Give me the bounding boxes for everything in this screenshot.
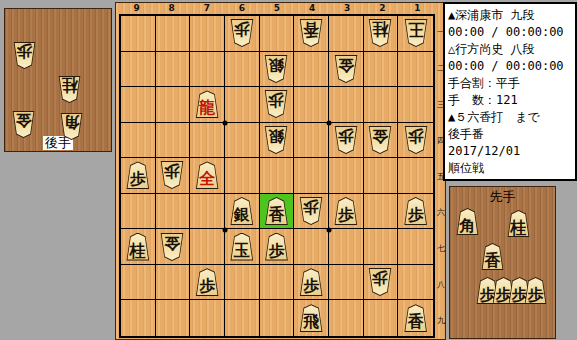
- board-grid: 歩香桂王銀金龍歩銀歩金歩歩歩全銀香歩歩歩桂金玉歩歩歩歩飛香: [119, 14, 435, 338]
- koma-glyph: 歩: [160, 161, 184, 181]
- rank-label-8: 八: [437, 266, 445, 302]
- file-label-2: 2: [365, 3, 400, 14]
- rank-label-9: 九: [437, 302, 445, 338]
- square-5g: 歩: [260, 229, 295, 265]
- koma-hand-gote-金: 金: [12, 111, 35, 138]
- square-2f: [364, 194, 399, 230]
- square-6g: 玉: [225, 229, 260, 265]
- square-5d: 銀: [260, 123, 295, 159]
- square-6f: 銀: [225, 194, 260, 230]
- koma-glyph: 歩: [404, 126, 428, 146]
- move-count-line: 手 数：121: [448, 92, 574, 109]
- square-1a: 王: [398, 16, 433, 52]
- square-3b: 金: [329, 52, 364, 88]
- square-5a: [260, 16, 295, 52]
- koma-龍-7c: 龍: [195, 90, 219, 118]
- koma-glyph: 歩: [264, 241, 288, 261]
- koma-香-5f: 香: [264, 197, 288, 225]
- square-6d: [225, 123, 260, 159]
- koma-桂-2a: 桂: [368, 19, 392, 47]
- koma-歩-2h: 歩: [368, 268, 392, 296]
- square-9c: [121, 87, 156, 123]
- koma-香-1i: 香: [404, 304, 428, 332]
- date-line: 2017/12/01: [448, 143, 574, 160]
- square-7b: [190, 52, 225, 88]
- game-info-panel: ▲深浦康市 九段 00:00 / 00:00:00 △行方尚史 八段 00:00…: [443, 2, 577, 181]
- square-1c: [398, 87, 433, 123]
- square-8b: [156, 52, 191, 88]
- file-label-5: 5: [259, 3, 294, 14]
- square-9b: [121, 52, 156, 88]
- square-9e: 歩: [121, 158, 156, 194]
- square-3a: [329, 16, 364, 52]
- square-8c: [156, 87, 191, 123]
- square-1i: 香: [398, 300, 433, 336]
- square-5c: 歩: [260, 87, 295, 123]
- square-2i: [364, 300, 399, 336]
- koma-glyph: 桂: [126, 241, 150, 261]
- square-1g: [398, 229, 433, 265]
- koma-銀-5b: 銀: [264, 55, 288, 83]
- square-9g: 桂: [121, 229, 156, 265]
- koma-飛-4i: 飛: [299, 304, 323, 332]
- square-7e: 全: [190, 158, 225, 194]
- koma-glyph: 銀: [264, 55, 288, 75]
- square-5h: [260, 265, 295, 301]
- koma-歩-3f: 歩: [334, 197, 358, 225]
- rank-label-6: 六: [437, 194, 445, 230]
- square-9h: [121, 265, 156, 301]
- koma-歩-4h: 歩: [299, 268, 323, 296]
- koma-銀-5d: 銀: [264, 126, 288, 154]
- square-1h: [398, 265, 433, 301]
- hoshi-dot: [327, 120, 332, 125]
- koma-金-2d: 金: [368, 126, 392, 154]
- rank-label-7: 七: [437, 230, 445, 266]
- koma-銀-6f: 銀: [230, 197, 254, 225]
- hoshi-dot: [223, 120, 228, 125]
- square-4c: [294, 87, 329, 123]
- square-1e: [398, 158, 433, 194]
- koma-歩-5c: 歩: [264, 90, 288, 118]
- square-2e: [364, 158, 399, 194]
- turn-line: 後手番: [448, 126, 574, 143]
- square-4e: [294, 158, 329, 194]
- koma-全-7e: 全: [195, 161, 219, 189]
- square-3g: [329, 229, 364, 265]
- square-2d: 金: [364, 123, 399, 159]
- square-6c: [225, 87, 260, 123]
- koma-glyph: 歩: [334, 126, 358, 146]
- koma-glyph: 玉: [230, 241, 254, 261]
- koma-歩-8e: 歩: [160, 161, 184, 189]
- square-4g: [294, 229, 329, 265]
- square-4h: 歩: [294, 265, 329, 301]
- square-3h: [329, 265, 364, 301]
- square-4d: [294, 123, 329, 159]
- square-5i: [260, 300, 295, 336]
- file-label-9: 9: [119, 3, 154, 14]
- square-5f: 香: [260, 194, 295, 230]
- koma-glyph: 香: [264, 205, 288, 225]
- square-7f: [190, 194, 225, 230]
- square-8i: [156, 300, 191, 336]
- koma-hand-sente-角: 角: [456, 208, 479, 235]
- koma-glyph: 歩: [404, 205, 428, 225]
- koma-glyph: 銀: [264, 126, 288, 146]
- koma-glyph: 香: [404, 312, 428, 332]
- koma-歩-4f: 歩: [299, 197, 323, 225]
- square-9f: [121, 194, 156, 230]
- koma-glyph: 桂: [58, 76, 81, 95]
- koma-金-3b: 金: [334, 55, 358, 83]
- square-3d: 歩: [329, 123, 364, 159]
- koma-歩-5g: 歩: [264, 233, 288, 261]
- koma-glyph: 桂: [368, 19, 392, 39]
- koma-hand-gote-桂: 桂: [58, 76, 81, 103]
- koma-glyph: 金: [12, 111, 35, 130]
- koma-glyph: 金: [160, 233, 184, 253]
- square-7g: [190, 229, 225, 265]
- file-coordinate-labels: 987654321: [119, 3, 435, 14]
- square-3e: [329, 158, 364, 194]
- sente-player-line: ▲深浦康市 九段: [448, 7, 574, 24]
- koma-glyph: 歩: [264, 90, 288, 110]
- square-6h: [225, 265, 260, 301]
- koma-glyph: 歩: [299, 276, 323, 296]
- sente-hand-tray: 先手 角桂香歩歩歩歩: [449, 186, 556, 339]
- square-8g: 金: [156, 229, 191, 265]
- square-6b: [225, 52, 260, 88]
- koma-glyph: 龍: [195, 98, 219, 118]
- koma-hand-gote-角: 角: [60, 113, 83, 140]
- square-9d: [121, 123, 156, 159]
- square-7i: [190, 300, 225, 336]
- square-2c: [364, 87, 399, 123]
- square-4b: [294, 52, 329, 88]
- square-3c: [329, 87, 364, 123]
- koma-glyph: 歩: [524, 285, 547, 304]
- koma-glyph: 金: [334, 55, 358, 75]
- square-9a: [121, 16, 156, 52]
- koma-歩-3d: 歩: [334, 126, 358, 154]
- koma-glyph: 歩: [334, 205, 358, 225]
- sente-clock-line: 00:00 / 00:00:00: [448, 24, 574, 41]
- square-1d: 歩: [398, 123, 433, 159]
- square-4f: 歩: [294, 194, 329, 230]
- koma-歩-7h: 歩: [195, 268, 219, 296]
- koma-香-4a: 香: [299, 19, 323, 47]
- koma-歩-1f: 歩: [404, 197, 428, 225]
- file-label-8: 8: [154, 3, 189, 14]
- square-9i: [121, 300, 156, 336]
- koma-glyph: 銀: [230, 205, 254, 225]
- square-1b: [398, 52, 433, 88]
- square-7h: 歩: [190, 265, 225, 301]
- gote-player-line: △行方尚史 八段: [448, 41, 574, 58]
- koma-glyph: 金: [368, 126, 392, 146]
- square-2a: 桂: [364, 16, 399, 52]
- koma-glyph: 歩: [126, 169, 150, 189]
- square-8h: [156, 265, 191, 301]
- square-3i: [329, 300, 364, 336]
- koma-王-1a: 王: [404, 19, 428, 47]
- square-5e: [260, 158, 295, 194]
- koma-glyph: 香: [481, 251, 504, 270]
- koma-glyph: 歩: [230, 19, 254, 39]
- square-3f: 歩: [329, 194, 364, 230]
- koma-glyph: 角: [456, 216, 479, 235]
- koma-歩-6a: 歩: [230, 19, 254, 47]
- koma-glyph: 香: [299, 19, 323, 39]
- koma-glyph: 歩: [195, 276, 219, 296]
- koma-glyph: 飛: [299, 312, 323, 332]
- koma-桂-9g: 桂: [126, 233, 150, 261]
- koma-hand-sente-歩: 歩: [524, 277, 547, 304]
- hoshi-dot: [327, 227, 332, 232]
- koma-glyph: 王: [404, 19, 428, 39]
- koma-玉-6g: 玉: [230, 233, 254, 261]
- koma-hand-sente-桂: 桂: [507, 210, 530, 237]
- koma-glyph: 歩: [368, 268, 392, 288]
- koma-歩-1d: 歩: [404, 126, 428, 154]
- file-label-7: 7: [189, 3, 224, 14]
- square-2h: 歩: [364, 265, 399, 301]
- koma-glyph: 歩: [13, 42, 36, 61]
- square-8a: [156, 16, 191, 52]
- file-label-1: 1: [400, 3, 435, 14]
- koma-金-8g: 金: [160, 233, 184, 261]
- hoshi-dot: [223, 227, 228, 232]
- square-2b: [364, 52, 399, 88]
- square-7c: 龍: [190, 87, 225, 123]
- koma-glyph: 角: [60, 113, 83, 132]
- square-8f: [156, 194, 191, 230]
- square-4i: 飛: [294, 300, 329, 336]
- gote-clock-line: 00:00 / 00:00:00: [448, 58, 574, 75]
- square-2g: [364, 229, 399, 265]
- tournament-line: 順位戦: [448, 160, 574, 177]
- file-label-6: 6: [224, 3, 259, 14]
- square-6e: [225, 158, 260, 194]
- square-1f: 歩: [398, 194, 433, 230]
- square-4a: 香: [294, 16, 329, 52]
- square-6a: 歩: [225, 16, 260, 52]
- koma-歩-9e: 歩: [126, 161, 150, 189]
- koma-glyph: 全: [195, 169, 219, 189]
- square-7d: [190, 123, 225, 159]
- square-8d: [156, 123, 191, 159]
- koma-glyph: 歩: [299, 197, 323, 217]
- shogi-board: 987654321 一二三四五六七八九 歩香桂王銀金龍歩銀歩金歩歩歩全銀香歩歩歩…: [115, 2, 446, 340]
- koma-hand-sente-香: 香: [481, 243, 504, 270]
- koma-glyph: 桂: [507, 218, 530, 237]
- handicap-line: 手合割：平手: [448, 75, 574, 92]
- file-label-4: 4: [295, 3, 330, 14]
- square-5b: 銀: [260, 52, 295, 88]
- koma-hand-gote-歩: 歩: [13, 42, 36, 69]
- square-8e: 歩: [156, 158, 191, 194]
- file-label-3: 3: [330, 3, 365, 14]
- last-move-line: ▲５六香打 まで: [448, 109, 574, 126]
- gote-hand-tray: 後手 歩桂金角: [4, 8, 112, 152]
- sente-tray-label: 先手: [490, 190, 516, 204]
- square-7a: [190, 16, 225, 52]
- square-6i: [225, 300, 260, 336]
